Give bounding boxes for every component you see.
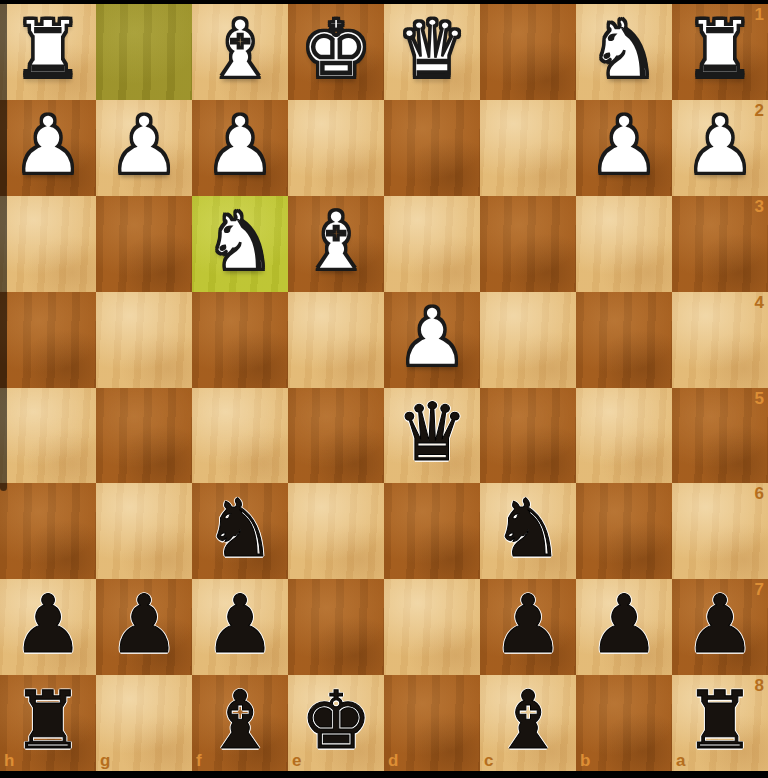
- square-h2[interactable]: ♟: [0, 100, 96, 196]
- bottom-frame-bar: [0, 771, 768, 778]
- file-label-e: e: [292, 752, 301, 769]
- black-rook[interactable]: ♜: [12, 681, 84, 761]
- black-knight[interactable]: ♞: [492, 489, 564, 569]
- square-b5[interactable]: [576, 388, 672, 484]
- square-c5[interactable]: [480, 388, 576, 484]
- square-e6[interactable]: [288, 483, 384, 579]
- square-h4[interactable]: [0, 292, 96, 388]
- black-king[interactable]: ♚: [300, 681, 372, 761]
- file-label-b: b: [580, 752, 590, 769]
- square-e8[interactable]: ♚e: [288, 675, 384, 771]
- square-c1[interactable]: [480, 4, 576, 100]
- rank-label-6: 6: [755, 485, 764, 502]
- black-bishop[interactable]: ♝: [204, 681, 276, 761]
- white-knight[interactable]: ♞: [204, 202, 276, 282]
- square-b7[interactable]: ♟: [576, 579, 672, 675]
- file-label-d: d: [388, 752, 398, 769]
- white-rook[interactable]: ♜: [12, 10, 84, 90]
- scrollbar-thumb[interactable]: [0, 0, 7, 491]
- square-d2[interactable]: [384, 100, 480, 196]
- white-pawn[interactable]: ♟: [396, 298, 468, 378]
- rank-label-5: 5: [755, 390, 764, 407]
- square-c2[interactable]: [480, 100, 576, 196]
- square-b1[interactable]: ♞: [576, 4, 672, 100]
- square-a7[interactable]: ♟7: [672, 579, 768, 675]
- square-d6[interactable]: [384, 483, 480, 579]
- square-g3[interactable]: [96, 196, 192, 292]
- square-f1[interactable]: ♝: [192, 4, 288, 100]
- square-b4[interactable]: [576, 292, 672, 388]
- square-h3[interactable]: [0, 196, 96, 292]
- white-pawn[interactable]: ♟: [684, 106, 756, 186]
- square-f5[interactable]: [192, 388, 288, 484]
- square-f7[interactable]: ♟: [192, 579, 288, 675]
- white-pawn[interactable]: ♟: [588, 106, 660, 186]
- rank-label-7: 7: [755, 581, 764, 598]
- square-b2[interactable]: ♟: [576, 100, 672, 196]
- square-c7[interactable]: ♟: [480, 579, 576, 675]
- white-bishop[interactable]: ♝: [204, 10, 276, 90]
- white-knight[interactable]: ♞: [588, 10, 660, 90]
- square-a6[interactable]: 6: [672, 483, 768, 579]
- square-g8[interactable]: g: [96, 675, 192, 771]
- square-f8[interactable]: ♝f: [192, 675, 288, 771]
- square-d4[interactable]: ♟: [384, 292, 480, 388]
- rank-label-1: 1: [755, 6, 764, 23]
- square-d8[interactable]: d: [384, 675, 480, 771]
- rank-label-2: 2: [755, 102, 764, 119]
- square-a4[interactable]: 4: [672, 292, 768, 388]
- white-queen[interactable]: ♛: [396, 10, 468, 90]
- square-e7[interactable]: [288, 579, 384, 675]
- square-c3[interactable]: [480, 196, 576, 292]
- square-b8[interactable]: b: [576, 675, 672, 771]
- white-pawn[interactable]: ♟: [108, 106, 180, 186]
- square-g4[interactable]: [96, 292, 192, 388]
- square-d3[interactable]: [384, 196, 480, 292]
- square-h6[interactable]: [0, 483, 96, 579]
- black-pawn[interactable]: ♟: [684, 585, 756, 665]
- file-label-f: f: [196, 752, 202, 769]
- square-h5[interactable]: [0, 388, 96, 484]
- white-king[interactable]: ♚: [300, 10, 372, 90]
- square-f6[interactable]: ♞: [192, 483, 288, 579]
- black-queen[interactable]: ♛: [396, 393, 468, 473]
- black-rook[interactable]: ♜: [684, 681, 756, 761]
- square-d5[interactable]: ♛: [384, 388, 480, 484]
- square-g1[interactable]: [96, 4, 192, 100]
- black-pawn[interactable]: ♟: [108, 585, 180, 665]
- square-d1[interactable]: ♛: [384, 4, 480, 100]
- white-bishop[interactable]: ♝: [300, 202, 372, 282]
- square-c6[interactable]: ♞: [480, 483, 576, 579]
- square-g5[interactable]: [96, 388, 192, 484]
- square-a8[interactable]: ♜8a: [672, 675, 768, 771]
- square-h1[interactable]: ♜: [0, 4, 96, 100]
- black-knight[interactable]: ♞: [204, 489, 276, 569]
- black-pawn[interactable]: ♟: [588, 585, 660, 665]
- square-g7[interactable]: ♟: [96, 579, 192, 675]
- black-pawn[interactable]: ♟: [204, 585, 276, 665]
- square-e5[interactable]: [288, 388, 384, 484]
- white-rook[interactable]: ♜: [684, 10, 756, 90]
- rank-label-3: 3: [755, 198, 764, 215]
- file-label-c: c: [484, 752, 493, 769]
- square-h8[interactable]: ♜h: [0, 675, 96, 771]
- chess-board: ♜♝♚♛♞♜1♟♟♟♟♟2♞♝3♟4♛5♞♞6♟♟♟♟♟♟7♜hg♝f♚ed♝c…: [0, 4, 768, 771]
- square-e2[interactable]: [288, 100, 384, 196]
- square-b3[interactable]: [576, 196, 672, 292]
- white-pawn[interactable]: ♟: [12, 106, 84, 186]
- square-a1[interactable]: ♜1: [672, 4, 768, 100]
- file-label-h: h: [4, 752, 14, 769]
- square-f4[interactable]: [192, 292, 288, 388]
- file-label-g: g: [100, 752, 110, 769]
- square-a3[interactable]: 3: [672, 196, 768, 292]
- square-f2[interactable]: ♟: [192, 100, 288, 196]
- square-f3[interactable]: ♞: [192, 196, 288, 292]
- square-a5[interactable]: 5: [672, 388, 768, 484]
- square-e3[interactable]: ♝: [288, 196, 384, 292]
- rank-label-8: 8: [755, 677, 764, 694]
- square-c4[interactable]: [480, 292, 576, 388]
- square-g6[interactable]: [96, 483, 192, 579]
- top-frame-bar: [0, 0, 768, 4]
- file-label-a: a: [676, 752, 685, 769]
- square-b6[interactable]: [576, 483, 672, 579]
- black-pawn[interactable]: ♟: [492, 585, 564, 665]
- square-a2[interactable]: ♟2: [672, 100, 768, 196]
- square-d7[interactable]: [384, 579, 480, 675]
- black-pawn[interactable]: ♟: [12, 585, 84, 665]
- square-e4[interactable]: [288, 292, 384, 388]
- square-h7[interactable]: ♟: [0, 579, 96, 675]
- black-bishop[interactable]: ♝: [492, 681, 564, 761]
- square-e1[interactable]: ♚: [288, 4, 384, 100]
- square-c8[interactable]: ♝c: [480, 675, 576, 771]
- rank-label-4: 4: [755, 294, 764, 311]
- square-g2[interactable]: ♟: [96, 100, 192, 196]
- white-pawn[interactable]: ♟: [204, 106, 276, 186]
